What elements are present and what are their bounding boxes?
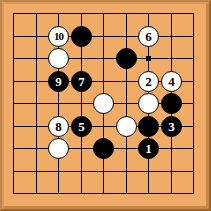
stone-black [116,48,137,69]
stone-white-move-4: 4 [161,71,182,92]
stone-white [138,93,159,114]
stone-white-move-8: 8 [48,116,69,137]
stone-white [93,93,114,114]
stone-black-move-7: 7 [71,71,92,92]
stone-black-move-3: 3 [161,116,182,137]
stone-black-move-1: 1 [138,138,159,159]
star-point [146,56,151,61]
stone-black [138,116,159,137]
go-board: 10697248531 [0,0,211,211]
stone-white-move-2: 2 [138,71,159,92]
grid-line-horizontal [13,171,194,172]
grid-line-vertical [126,13,127,194]
board-surface: 10697248531 [2,2,209,209]
stone-black-move-9: 9 [48,71,69,92]
stone-black [93,138,114,159]
stone-white-move-10: 10 [48,26,69,47]
stone-white-move-6: 6 [138,26,159,47]
stone-white [48,48,69,69]
stone-white [116,116,137,137]
stone-white [48,138,69,159]
stone-black-move-5: 5 [71,116,92,137]
grid-line-vertical [193,13,194,194]
stone-black [71,26,92,47]
stone-black [161,93,182,114]
grid-line-horizontal [13,193,194,194]
